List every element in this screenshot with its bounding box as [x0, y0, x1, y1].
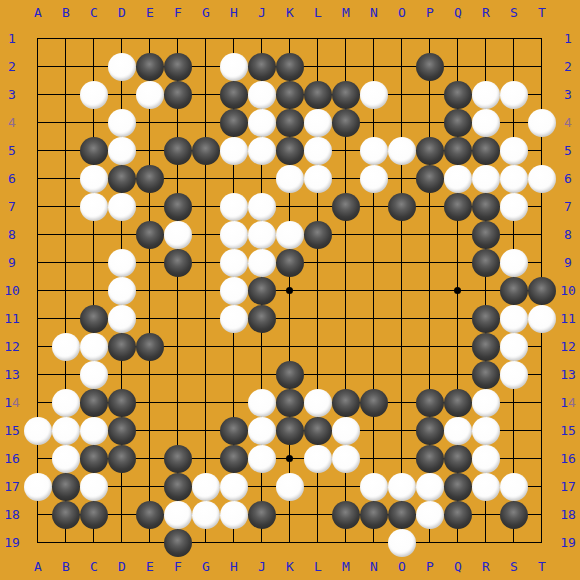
board-cell[interactable]: ○ — [248, 445, 276, 473]
board-cell[interactable] — [416, 193, 444, 221]
board-cell[interactable] — [528, 417, 556, 445]
board-cell[interactable] — [444, 221, 472, 249]
board-cell[interactable] — [24, 137, 52, 165]
board-cell[interactable]: ○ — [472, 109, 500, 137]
board-cell[interactable] — [164, 389, 192, 417]
board-cell[interactable] — [164, 277, 192, 305]
board-cell[interactable] — [52, 529, 80, 557]
board-cell[interactable]: ● — [416, 137, 444, 165]
board-cell[interactable]: ● — [248, 501, 276, 529]
board-cell[interactable] — [136, 137, 164, 165]
board-cell[interactable]: ○ — [304, 445, 332, 473]
board-cell[interactable] — [80, 53, 108, 81]
board-cell[interactable] — [360, 445, 388, 473]
board-cell[interactable] — [24, 277, 52, 305]
board-cell[interactable] — [528, 137, 556, 165]
board-cell[interactable]: ● — [248, 277, 276, 305]
board-cell[interactable] — [136, 249, 164, 277]
board-cell[interactable]: ● — [192, 137, 220, 165]
board-cell[interactable] — [24, 109, 52, 137]
board-cell[interactable] — [528, 25, 556, 53]
board-cell[interactable]: ● — [332, 81, 360, 109]
board-cell[interactable] — [528, 445, 556, 473]
board-cell[interactable]: ● — [332, 193, 360, 221]
board-cell[interactable] — [248, 25, 276, 53]
board-cell[interactable] — [304, 53, 332, 81]
board-cell[interactable] — [388, 25, 416, 53]
board-cell[interactable]: ● — [164, 53, 192, 81]
board-cell[interactable] — [416, 277, 444, 305]
board-cell[interactable] — [24, 305, 52, 333]
board-cell[interactable]: ○ — [500, 137, 528, 165]
board-cell[interactable]: ○ — [276, 473, 304, 501]
board-cell[interactable]: ○ — [220, 501, 248, 529]
board-cell[interactable]: ○ — [80, 473, 108, 501]
board-cell[interactable] — [24, 165, 52, 193]
board-cell[interactable] — [444, 361, 472, 389]
board-cell[interactable] — [136, 305, 164, 333]
board-cell[interactable]: ● — [276, 389, 304, 417]
board-cell[interactable]: ○ — [360, 473, 388, 501]
board-cell[interactable] — [332, 249, 360, 277]
board-cell[interactable] — [388, 221, 416, 249]
board-cell[interactable] — [360, 417, 388, 445]
board-cell[interactable]: ● — [220, 417, 248, 445]
board-cell[interactable] — [136, 389, 164, 417]
board-cell[interactable] — [192, 277, 220, 305]
board-cell[interactable]: ● — [108, 417, 136, 445]
board-cell[interactable] — [164, 165, 192, 193]
board-cell[interactable] — [276, 277, 304, 305]
board-cell[interactable]: ● — [52, 473, 80, 501]
board-cell[interactable] — [248, 473, 276, 501]
board-cell[interactable] — [108, 221, 136, 249]
board-cell[interactable] — [444, 529, 472, 557]
board-cell[interactable]: ● — [220, 109, 248, 137]
board-cell[interactable] — [304, 473, 332, 501]
board-cell[interactable]: ● — [276, 361, 304, 389]
board-cell[interactable]: ● — [332, 501, 360, 529]
board-cell[interactable] — [136, 445, 164, 473]
board-cell[interactable]: ○ — [472, 165, 500, 193]
board-cell[interactable] — [472, 501, 500, 529]
board-cell[interactable] — [360, 25, 388, 53]
board-cell[interactable] — [416, 81, 444, 109]
board-cell[interactable] — [528, 473, 556, 501]
board-cell[interactable]: ● — [444, 501, 472, 529]
board-cell[interactable] — [192, 165, 220, 193]
board-cell[interactable]: ○ — [248, 193, 276, 221]
board-cell[interactable]: ○ — [80, 81, 108, 109]
board-cell[interactable] — [416, 333, 444, 361]
board-cell[interactable] — [444, 249, 472, 277]
board-cell[interactable]: ○ — [164, 221, 192, 249]
board-cell[interactable]: ● — [332, 109, 360, 137]
board-cell[interactable] — [136, 109, 164, 137]
board-cell[interactable] — [388, 417, 416, 445]
board-cell[interactable] — [276, 501, 304, 529]
board-cell[interactable]: ● — [164, 249, 192, 277]
board-cell[interactable] — [332, 277, 360, 305]
board-cell[interactable] — [304, 277, 332, 305]
board-cell[interactable] — [52, 305, 80, 333]
board-cell[interactable] — [24, 193, 52, 221]
board-cell[interactable] — [108, 529, 136, 557]
board-cell[interactable]: ● — [52, 501, 80, 529]
board-cell[interactable] — [500, 529, 528, 557]
board-cell[interactable]: ○ — [472, 445, 500, 473]
board-cell[interactable]: ● — [80, 305, 108, 333]
board-cell[interactable] — [528, 501, 556, 529]
board-cell[interactable]: ● — [248, 53, 276, 81]
board-cell[interactable]: ● — [472, 361, 500, 389]
board-cell[interactable]: ● — [360, 501, 388, 529]
board-cell[interactable] — [192, 81, 220, 109]
board-cell[interactable]: ○ — [220, 137, 248, 165]
board-cell[interactable] — [24, 249, 52, 277]
board-cell[interactable]: ● — [276, 137, 304, 165]
board-cell[interactable] — [136, 529, 164, 557]
board-cell[interactable] — [360, 221, 388, 249]
board-cell[interactable] — [192, 389, 220, 417]
board-cell[interactable] — [248, 529, 276, 557]
board-cell[interactable]: ● — [416, 165, 444, 193]
board-cell[interactable]: ○ — [220, 249, 248, 277]
board-cell[interactable] — [52, 221, 80, 249]
board-cell[interactable] — [24, 529, 52, 557]
board-cell[interactable] — [108, 361, 136, 389]
board-cell[interactable] — [276, 25, 304, 53]
board-cell[interactable] — [192, 193, 220, 221]
board-cell[interactable]: ● — [80, 389, 108, 417]
board-cell[interactable] — [388, 249, 416, 277]
board-cell[interactable] — [52, 193, 80, 221]
board-cell[interactable] — [472, 277, 500, 305]
board-cell[interactable] — [472, 25, 500, 53]
board-cell[interactable] — [192, 361, 220, 389]
board-cell[interactable]: ○ — [472, 417, 500, 445]
board-cell[interactable] — [332, 221, 360, 249]
board-cell[interactable] — [192, 305, 220, 333]
board-cell[interactable]: ● — [472, 137, 500, 165]
board-cell[interactable] — [24, 333, 52, 361]
board-cell[interactable]: ○ — [360, 165, 388, 193]
board-cell[interactable] — [360, 305, 388, 333]
board-cell[interactable]: ● — [136, 333, 164, 361]
board-cell[interactable] — [360, 53, 388, 81]
board-cell[interactable] — [52, 109, 80, 137]
board-cell[interactable]: ● — [444, 389, 472, 417]
board-cell[interactable]: ● — [388, 193, 416, 221]
board-cell[interactable] — [416, 221, 444, 249]
board-cell[interactable] — [52, 53, 80, 81]
board-cell[interactable] — [24, 445, 52, 473]
board-cell[interactable] — [164, 305, 192, 333]
board-cell[interactable] — [528, 81, 556, 109]
board-cell[interactable] — [276, 445, 304, 473]
board-cell[interactable] — [360, 529, 388, 557]
board-cell[interactable]: ● — [332, 389, 360, 417]
board-cell[interactable]: ○ — [304, 137, 332, 165]
board-cell[interactable] — [332, 333, 360, 361]
board-cell[interactable] — [444, 277, 472, 305]
board-cell[interactable] — [24, 53, 52, 81]
board-cell[interactable]: ○ — [80, 361, 108, 389]
board-cell[interactable]: ● — [416, 389, 444, 417]
board-cell[interactable]: ○ — [332, 417, 360, 445]
board-cell[interactable]: ○ — [388, 137, 416, 165]
board-cell[interactable]: ○ — [220, 473, 248, 501]
board-cell[interactable]: ● — [444, 193, 472, 221]
board-cell[interactable] — [192, 53, 220, 81]
board-cell[interactable] — [24, 221, 52, 249]
board-cell[interactable] — [304, 249, 332, 277]
board-cell[interactable] — [388, 361, 416, 389]
board-cell[interactable]: ○ — [360, 81, 388, 109]
board-cell[interactable] — [444, 305, 472, 333]
board-cell[interactable] — [220, 25, 248, 53]
board-cell[interactable] — [24, 81, 52, 109]
board-cell[interactable] — [276, 333, 304, 361]
board-cell[interactable] — [164, 25, 192, 53]
board-cell[interactable] — [192, 25, 220, 53]
board-cell[interactable]: ● — [444, 445, 472, 473]
board-cell[interactable]: ● — [108, 445, 136, 473]
board-cell[interactable]: ○ — [164, 501, 192, 529]
board-cell[interactable]: ● — [444, 81, 472, 109]
board-cell[interactable]: ● — [444, 109, 472, 137]
board-cell[interactable] — [248, 333, 276, 361]
board-cell[interactable]: ● — [276, 109, 304, 137]
board-cell[interactable]: ○ — [220, 53, 248, 81]
board-cell[interactable]: ○ — [248, 249, 276, 277]
board-cell[interactable]: ○ — [500, 249, 528, 277]
board-cell[interactable]: ● — [164, 445, 192, 473]
board-cell[interactable]: ○ — [444, 165, 472, 193]
board-cell[interactable] — [444, 333, 472, 361]
board-cell[interactable] — [108, 501, 136, 529]
board-cell[interactable] — [24, 25, 52, 53]
board-cell[interactable]: ○ — [108, 109, 136, 137]
board-cell[interactable]: ○ — [248, 417, 276, 445]
board-cell[interactable] — [388, 445, 416, 473]
board-cell[interactable]: ● — [164, 137, 192, 165]
board-cell[interactable] — [52, 361, 80, 389]
board-cell[interactable]: ○ — [80, 417, 108, 445]
board-cell[interactable] — [332, 137, 360, 165]
board-cell[interactable] — [164, 333, 192, 361]
board-cell[interactable]: ○ — [108, 193, 136, 221]
board-cell[interactable] — [332, 361, 360, 389]
board-cell[interactable] — [80, 25, 108, 53]
board-cell[interactable]: ● — [304, 417, 332, 445]
board-cell[interactable]: ○ — [52, 417, 80, 445]
board-cell[interactable]: ● — [444, 137, 472, 165]
board-cell[interactable] — [360, 277, 388, 305]
board-cell[interactable]: ● — [388, 501, 416, 529]
board-cell[interactable]: ○ — [80, 333, 108, 361]
board-cell[interactable] — [220, 361, 248, 389]
board-cell[interactable]: ○ — [220, 305, 248, 333]
board-cell[interactable]: ○ — [248, 221, 276, 249]
board-cell[interactable] — [24, 361, 52, 389]
board-cell[interactable]: ○ — [192, 501, 220, 529]
board-cell[interactable] — [416, 305, 444, 333]
board-cell[interactable]: ● — [220, 81, 248, 109]
board-cell[interactable] — [192, 109, 220, 137]
board-cell[interactable] — [304, 333, 332, 361]
board-cell[interactable] — [24, 389, 52, 417]
board-cell[interactable]: ○ — [52, 389, 80, 417]
board-cell[interactable] — [52, 137, 80, 165]
board-cell[interactable]: ● — [136, 165, 164, 193]
board-cell[interactable] — [192, 417, 220, 445]
board-cell[interactable] — [416, 361, 444, 389]
board-cell[interactable]: ● — [416, 445, 444, 473]
board-cell[interactable]: ○ — [24, 473, 52, 501]
board-cell[interactable] — [360, 361, 388, 389]
board-cell[interactable] — [444, 53, 472, 81]
board-cell[interactable]: ○ — [444, 417, 472, 445]
board-cell[interactable] — [80, 221, 108, 249]
board-cell[interactable] — [220, 333, 248, 361]
board-cell[interactable]: ○ — [304, 389, 332, 417]
board-cell[interactable] — [332, 53, 360, 81]
board-cell[interactable]: ○ — [108, 249, 136, 277]
board-cell[interactable]: ○ — [248, 389, 276, 417]
board-cell[interactable] — [108, 25, 136, 53]
board-cell[interactable]: ● — [416, 53, 444, 81]
board-cell[interactable] — [108, 81, 136, 109]
board-cell[interactable] — [52, 277, 80, 305]
board-cell[interactable] — [388, 165, 416, 193]
board-cell[interactable]: ○ — [276, 165, 304, 193]
board-cell[interactable]: ○ — [388, 529, 416, 557]
board-cell[interactable]: ○ — [500, 333, 528, 361]
board-cell[interactable] — [528, 529, 556, 557]
board-cell[interactable] — [136, 361, 164, 389]
board-cell[interactable] — [360, 333, 388, 361]
board-cell[interactable] — [416, 249, 444, 277]
board-cell[interactable]: ● — [472, 193, 500, 221]
board-cell[interactable]: ○ — [388, 473, 416, 501]
board-cell[interactable] — [388, 389, 416, 417]
board-cell[interactable] — [388, 109, 416, 137]
board-cell[interactable]: ● — [472, 305, 500, 333]
board-cell[interactable] — [108, 473, 136, 501]
board-cell[interactable] — [304, 193, 332, 221]
board-cell[interactable] — [528, 333, 556, 361]
board-cell[interactable]: ○ — [528, 165, 556, 193]
board-cell[interactable] — [416, 25, 444, 53]
board-cell[interactable]: ○ — [500, 165, 528, 193]
board-cell[interactable]: ● — [164, 473, 192, 501]
board-cell[interactable] — [304, 305, 332, 333]
board-cell[interactable] — [220, 165, 248, 193]
board-cell[interactable] — [248, 361, 276, 389]
board-cell[interactable] — [80, 109, 108, 137]
board-cell[interactable]: ● — [108, 389, 136, 417]
board-cell[interactable] — [528, 361, 556, 389]
board-cell[interactable] — [500, 109, 528, 137]
board-cell[interactable]: ● — [220, 445, 248, 473]
board-cell[interactable] — [24, 501, 52, 529]
board-cell[interactable]: ○ — [108, 305, 136, 333]
board-cell[interactable] — [80, 277, 108, 305]
board-cell[interactable] — [528, 249, 556, 277]
board-cell[interactable]: ○ — [248, 81, 276, 109]
board-cell[interactable] — [192, 445, 220, 473]
board-cell[interactable] — [332, 473, 360, 501]
board-cell[interactable]: ○ — [220, 221, 248, 249]
board-cell[interactable] — [416, 529, 444, 557]
board-cell[interactable] — [332, 529, 360, 557]
board-cell[interactable] — [276, 305, 304, 333]
board-cell[interactable]: ○ — [80, 193, 108, 221]
board-cell[interactable]: ● — [136, 221, 164, 249]
board-cell[interactable]: ● — [304, 221, 332, 249]
board-cell[interactable] — [528, 221, 556, 249]
board-cell[interactable] — [276, 193, 304, 221]
board-cell[interactable] — [52, 249, 80, 277]
board-cell[interactable]: ○ — [220, 193, 248, 221]
board-cell[interactable]: ● — [472, 221, 500, 249]
board-cell[interactable]: ○ — [24, 417, 52, 445]
board-cell[interactable] — [360, 193, 388, 221]
board-cell[interactable] — [332, 305, 360, 333]
board-cell[interactable] — [220, 389, 248, 417]
board-cell[interactable]: ○ — [416, 501, 444, 529]
board-cell[interactable]: ● — [164, 81, 192, 109]
board-cell[interactable] — [528, 53, 556, 81]
board-cell[interactable] — [500, 25, 528, 53]
board-cell[interactable] — [164, 361, 192, 389]
board-cell[interactable]: ○ — [52, 445, 80, 473]
board-cell[interactable]: ● — [472, 333, 500, 361]
board-cell[interactable] — [248, 165, 276, 193]
board-cell[interactable]: ● — [276, 249, 304, 277]
board-cell[interactable]: ○ — [304, 165, 332, 193]
board-cell[interactable] — [80, 249, 108, 277]
board-cell[interactable] — [52, 25, 80, 53]
board-cell[interactable]: ○ — [472, 81, 500, 109]
board-cell[interactable]: ● — [248, 305, 276, 333]
board-cell[interactable]: ○ — [528, 109, 556, 137]
board-cell[interactable]: ● — [416, 417, 444, 445]
board-cell[interactable]: ● — [444, 473, 472, 501]
board-cell[interactable] — [388, 277, 416, 305]
board-cell[interactable] — [500, 445, 528, 473]
board-cell[interactable] — [388, 333, 416, 361]
board-cell[interactable] — [332, 165, 360, 193]
board-cell[interactable] — [276, 529, 304, 557]
board-cell[interactable]: ○ — [108, 137, 136, 165]
board-cell[interactable]: ○ — [136, 81, 164, 109]
board-cell[interactable] — [136, 193, 164, 221]
board-cell[interactable] — [472, 53, 500, 81]
board-cell[interactable] — [360, 109, 388, 137]
board-cell[interactable] — [192, 529, 220, 557]
board-cell[interactable] — [388, 81, 416, 109]
board-cell[interactable] — [220, 529, 248, 557]
board-cell[interactable] — [528, 389, 556, 417]
board-cell[interactable]: ○ — [500, 473, 528, 501]
board-cell[interactable]: ● — [500, 277, 528, 305]
board-cell[interactable] — [528, 193, 556, 221]
board-cell[interactable] — [360, 249, 388, 277]
board-cell[interactable]: ● — [472, 249, 500, 277]
board-cell[interactable] — [388, 305, 416, 333]
